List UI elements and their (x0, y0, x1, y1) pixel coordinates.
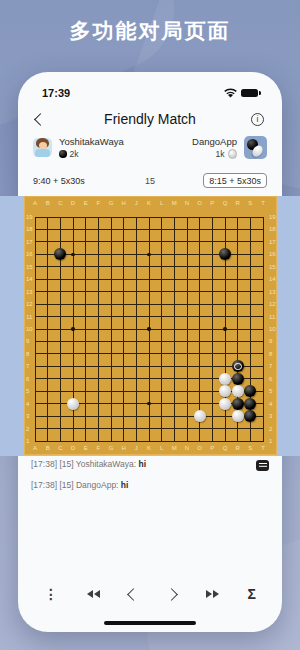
coordinate-label-right: 7 (269, 363, 272, 369)
coordinate-label-bottom: O (197, 445, 202, 451)
star-point (147, 402, 150, 405)
grid-line (187, 217, 188, 442)
coordinate-label-left: 6 (26, 376, 29, 382)
white-stone-Q4 (219, 398, 231, 410)
info-button[interactable]: i (251, 113, 264, 126)
grid-line (174, 217, 175, 442)
wifi-icon (224, 88, 237, 98)
black-stone-R7 (232, 360, 244, 372)
grid-line (212, 217, 213, 442)
grid-line (35, 316, 264, 317)
coordinate-label-top: A (33, 200, 37, 206)
fast-rewind-button[interactable] (87, 590, 101, 598)
coordinate-label-left: 10 (26, 326, 33, 332)
status-icons (224, 88, 258, 98)
black-player: YoshitakaWaya 2k (33, 136, 124, 159)
home-indicator[interactable] (104, 621, 196, 626)
coordinate-label-bottom: E (84, 445, 88, 451)
status-bar: 17:39 (18, 85, 282, 101)
coordinate-label-bottom: F (96, 445, 100, 451)
grid-line (85, 217, 86, 442)
chat-message-text: [17:38] [15] DangoApp: hi (31, 480, 269, 490)
star-point (71, 327, 74, 330)
black-stone-S4 (244, 398, 256, 410)
coordinate-label-top: R (235, 200, 239, 206)
white-stone-R3 (232, 410, 244, 422)
grid-line (35, 266, 264, 267)
chat-message: [17:38] [15] DangoApp: hi (31, 480, 269, 490)
white-stone-O3 (194, 410, 206, 422)
fast-forward-button[interactable] (205, 590, 219, 598)
grid-line (35, 428, 264, 429)
coordinate-label-bottom: D (71, 445, 75, 451)
white-player-rank: 1k (216, 149, 237, 159)
grid-line (136, 217, 137, 442)
white-rank-label: 1k (216, 149, 225, 159)
coordinate-label-top: Q (223, 200, 228, 206)
coordinate-label-left: 11 (26, 314, 32, 320)
score-button[interactable]: Σ (248, 586, 256, 602)
coordinate-label-top: C (58, 200, 62, 206)
last-move-marker (234, 363, 241, 370)
coordinate-label-right: 10 (269, 326, 276, 332)
coordinate-label-top: L (160, 200, 163, 206)
coordinate-label-top: M (172, 200, 177, 206)
chat-author: DangoApp: (76, 480, 119, 490)
star-point (223, 327, 226, 330)
coordinate-label-right: 5 (269, 388, 272, 394)
black-stone-S3 (244, 410, 256, 422)
coordinate-label-bottom: N (185, 445, 189, 451)
black-stone-R4 (232, 398, 244, 410)
coordinate-label-bottom: Q (223, 445, 228, 451)
fast-rewind-icon (94, 590, 100, 598)
coordinate-label-left: 4 (26, 401, 29, 407)
coordinate-label-bottom: G (109, 445, 114, 451)
coordinate-label-left: 8 (26, 351, 29, 357)
grid-line (263, 217, 264, 442)
kebab-menu-icon: ⋮ (44, 586, 58, 602)
chat-author: YoshitakaWaya: (76, 459, 136, 469)
coordinate-label-bottom: R (235, 445, 239, 451)
grid-line (35, 366, 264, 367)
chat-bubble-icon[interactable] (256, 460, 269, 471)
coordinate-label-left: 2 (26, 426, 29, 432)
chat-move-no: [15] (59, 459, 73, 469)
coordinate-label-top: E (84, 200, 88, 206)
avatar-art (39, 142, 47, 149)
step-forward-button[interactable] (167, 590, 176, 599)
grid-line (35, 291, 264, 292)
fast-forward-icon (213, 590, 219, 598)
chat-time: [17:38] (31, 459, 57, 469)
coordinate-label-top: D (71, 200, 75, 206)
coordinate-label-left: 5 (26, 388, 29, 394)
grid-line (35, 241, 264, 242)
grid-line (35, 416, 264, 417)
grid-line (35, 217, 264, 218)
coordinate-label-right: 19 (269, 214, 276, 220)
white-timer-active: 8:15 + 5x30s (203, 173, 267, 188)
grid-line (35, 353, 264, 354)
white-player-avatar[interactable] (244, 136, 267, 159)
coordinate-label-right: 4 (269, 401, 272, 407)
coordinate-label-top: O (197, 200, 202, 206)
black-rank-label: 2k (70, 149, 79, 159)
coordinate-label-right: 11 (269, 314, 275, 320)
coordinate-label-bottom: T (261, 445, 265, 451)
grid-line (123, 217, 124, 442)
chat-log: [17:38] [15] YoshitakaWaya: hi [17:38] [… (18, 459, 282, 499)
review-toolbar: ⋮ Σ (18, 582, 282, 606)
coordinate-label-bottom: J (135, 445, 138, 451)
grid-line (111, 217, 112, 442)
coordinate-label-right: 12 (269, 301, 276, 307)
white-player: DangoApp 1k (192, 136, 267, 159)
match-title: Friendly Match (18, 111, 282, 127)
nav-bar: Friendly Match i (18, 106, 282, 132)
chat-message: [17:38] [15] YoshitakaWaya: hi (31, 459, 269, 471)
step-back-button[interactable] (129, 590, 138, 599)
coordinate-label-left: 13 (26, 289, 33, 295)
sigma-icon: Σ (248, 586, 256, 602)
black-stone-R6 (232, 373, 244, 385)
coordinate-label-bottom: C (58, 445, 62, 451)
coordinate-label-bottom: A (33, 445, 37, 451)
grid-line (35, 304, 264, 305)
coordinate-label-top: K (147, 200, 151, 206)
coordinate-label-top: J (135, 200, 138, 206)
coordinate-label-right: 9 (269, 338, 272, 344)
chevron-left-icon (128, 588, 141, 601)
coordinate-label-left: 15 (26, 264, 33, 270)
black-stone-C16 (54, 248, 66, 260)
coordinate-label-left: 1 (26, 438, 29, 444)
fast-forward-icon (206, 590, 212, 598)
coordinate-label-right: 1 (269, 438, 272, 444)
coordinate-label-bottom: H (121, 445, 125, 451)
grid-line (98, 217, 99, 442)
coordinate-label-top: T (261, 200, 265, 206)
coordinate-label-right: 18 (269, 226, 276, 232)
coordinate-label-top: S (248, 200, 252, 206)
coordinate-label-right: 8 (269, 351, 272, 357)
chat-message-text: [17:38] [15] YoshitakaWaya: hi (31, 459, 256, 469)
coordinate-label-left: 14 (26, 276, 33, 282)
chat-body: hi (138, 459, 146, 469)
coordinate-label-right: 6 (269, 376, 272, 382)
chevron-left-icon (34, 113, 47, 126)
coordinate-label-top: B (46, 200, 50, 206)
go-board[interactable]: AA1919BB1818CC1717DD1616EE1515FF1414GG13… (24, 196, 277, 455)
white-stone-Q5 (219, 385, 231, 397)
white-stone-D4 (67, 398, 79, 410)
star-point (147, 327, 150, 330)
coordinate-label-bottom: K (147, 445, 151, 451)
chat-time: [17:38] (31, 480, 57, 490)
coordinate-label-right: 2 (269, 426, 272, 432)
black-player-name: YoshitakaWaya (59, 136, 124, 147)
grid-line (35, 279, 264, 280)
coordinate-label-left: 19 (26, 214, 33, 220)
grid-line (47, 217, 48, 442)
coordinate-label-right: 13 (269, 289, 276, 295)
chat-body: hi (121, 480, 129, 490)
coordinate-label-bottom: M (172, 445, 177, 451)
timers-row: 9:40 + 5x30s 15 8:15 + 5x30s (18, 173, 282, 188)
black-stone-Q16 (219, 248, 231, 260)
coordinate-label-left: 18 (26, 226, 33, 232)
star-point (71, 253, 74, 256)
coordinate-label-bottom: P (210, 445, 214, 451)
black-stone-icon (59, 150, 67, 158)
players-row: YoshitakaWaya 2k DangoApp 1k (18, 136, 282, 159)
coordinate-label-left: 3 (26, 413, 29, 419)
black-stone-S5 (244, 385, 256, 397)
promo-background: 多功能对局页面 17:39 Friendly Match i (0, 0, 300, 650)
grid-line (199, 217, 200, 442)
coordinate-label-right: 3 (269, 413, 272, 419)
fast-rewind-icon (87, 590, 93, 598)
grid-line (35, 341, 264, 342)
page-title: 多功能对局页面 (0, 17, 300, 45)
coordinate-label-top: G (109, 200, 114, 206)
coordinate-label-top: P (210, 200, 214, 206)
coordinate-label-bottom: L (160, 445, 163, 451)
coordinate-label-left: 17 (26, 239, 33, 245)
black-player-avatar[interactable] (33, 138, 52, 157)
grid-line (161, 217, 162, 442)
board-section: AA1919BB1818CC1717DD1616EE1515FF1414GG13… (0, 196, 300, 456)
coordinate-label-left: 12 (26, 301, 33, 307)
coordinate-label-bottom: B (46, 445, 50, 451)
menu-button[interactable]: ⋮ (44, 586, 58, 602)
coordinate-label-top: F (96, 200, 100, 206)
coordinate-label-right: 17 (269, 239, 276, 245)
back-button[interactable] (36, 115, 45, 124)
grid-line (35, 217, 36, 442)
coordinate-label-bottom: S (248, 445, 252, 451)
chevron-right-icon (165, 588, 178, 601)
coordinate-label-right: 16 (269, 251, 276, 257)
white-stone-Q6 (219, 373, 231, 385)
black-player-rank: 2k (59, 149, 124, 159)
star-point (147, 253, 150, 256)
white-stone-R5 (232, 385, 244, 397)
white-stone-icon (228, 149, 238, 159)
grid-line (35, 229, 264, 230)
chat-move-no: [15] (59, 480, 73, 490)
coordinate-label-left: 9 (26, 338, 29, 344)
coordinate-label-right: 15 (269, 264, 276, 270)
status-time: 17:39 (42, 87, 70, 99)
coordinate-label-top: H (121, 200, 125, 206)
avatar-art (35, 149, 50, 157)
coordinate-label-left: 16 (26, 251, 33, 257)
coordinate-label-top: N (185, 200, 189, 206)
battery-icon (241, 89, 258, 97)
white-player-name: DangoApp (192, 136, 237, 147)
coordinate-label-left: 7 (26, 363, 29, 369)
grid-line (35, 441, 264, 442)
coordinate-label-right: 14 (269, 276, 276, 282)
